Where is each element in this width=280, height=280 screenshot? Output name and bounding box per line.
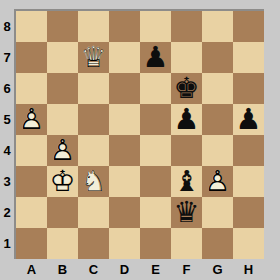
square-d5[interactable]	[109, 104, 140, 135]
square-b5[interactable]	[47, 104, 78, 135]
black-queen[interactable]: ♛	[171, 197, 202, 228]
square-f6[interactable]: ♚	[171, 73, 202, 104]
square-d6[interactable]	[109, 73, 140, 104]
square-g8[interactable]	[202, 11, 233, 42]
square-c8[interactable]	[78, 11, 109, 42]
black-queen-glyph: ♛	[171, 197, 202, 228]
file-labels: ABCDEFGH	[16, 260, 264, 279]
square-b1[interactable]	[47, 228, 78, 259]
black-bishop-glyph: ♝	[171, 166, 202, 197]
white-queen[interactable]: ♛♕	[78, 42, 109, 73]
square-f5[interactable]: ♟	[171, 104, 202, 135]
square-b3[interactable]: ♚♔	[47, 166, 78, 197]
square-a4[interactable]	[16, 135, 47, 166]
white-pawn[interactable]: ♟♙	[16, 104, 47, 135]
black-pawn-glyph: ♟	[140, 42, 171, 73]
rank-label-1: 1	[0, 228, 14, 259]
black-pawn[interactable]: ♟	[140, 42, 171, 73]
square-c3[interactable]: ♞♘	[78, 166, 109, 197]
square-a5[interactable]: ♟♙	[16, 104, 47, 135]
square-h3[interactable]	[233, 166, 264, 197]
rank-label-6: 6	[0, 73, 14, 104]
square-f3[interactable]: ♝	[171, 166, 202, 197]
square-g5[interactable]	[202, 104, 233, 135]
square-b8[interactable]	[47, 11, 78, 42]
rank-label-5: 5	[0, 104, 14, 135]
square-c5[interactable]	[78, 104, 109, 135]
square-a8[interactable]	[16, 11, 47, 42]
square-g1[interactable]	[202, 228, 233, 259]
square-a7[interactable]	[16, 42, 47, 73]
square-e6[interactable]	[140, 73, 171, 104]
rank-label-2: 2	[0, 197, 14, 228]
square-b7[interactable]	[47, 42, 78, 73]
square-a3[interactable]	[16, 166, 47, 197]
file-label-b: B	[47, 260, 78, 279]
square-f7[interactable]	[171, 42, 202, 73]
white-pawn-glyph: ♙	[202, 166, 233, 197]
white-king[interactable]: ♚♔	[47, 166, 78, 197]
black-pawn-glyph: ♟	[233, 104, 264, 135]
file-label-f: F	[171, 260, 202, 279]
square-d7[interactable]	[109, 42, 140, 73]
square-a6[interactable]	[16, 73, 47, 104]
chess-board: ♛♕♟♚♟♙♟♟♟♙♚♔♞♘♝♟♙♛	[16, 11, 264, 259]
square-b2[interactable]	[47, 197, 78, 228]
square-d1[interactable]	[109, 228, 140, 259]
square-c4[interactable]	[78, 135, 109, 166]
white-knight-glyph: ♘	[78, 166, 109, 197]
white-pawn-glyph: ♙	[47, 135, 78, 166]
file-label-h: H	[233, 260, 264, 279]
square-d4[interactable]	[109, 135, 140, 166]
black-pawn[interactable]: ♟	[233, 104, 264, 135]
square-a2[interactable]	[16, 197, 47, 228]
black-king[interactable]: ♚	[171, 73, 202, 104]
rank-label-7: 7	[0, 42, 14, 73]
file-label-c: C	[78, 260, 109, 279]
white-knight[interactable]: ♞♘	[78, 166, 109, 197]
square-f2[interactable]: ♛	[171, 197, 202, 228]
black-pawn[interactable]: ♟	[171, 104, 202, 135]
square-d8[interactable]	[109, 11, 140, 42]
square-d3[interactable]	[109, 166, 140, 197]
rank-label-3: 3	[0, 166, 14, 197]
rank-labels: 87654321	[0, 11, 14, 259]
black-king-glyph: ♚	[171, 73, 202, 104]
rank-label-8: 8	[0, 11, 14, 42]
square-g4[interactable]	[202, 135, 233, 166]
white-pawn[interactable]: ♟♙	[47, 135, 78, 166]
square-g3[interactable]: ♟♙	[202, 166, 233, 197]
square-c7[interactable]: ♛♕	[78, 42, 109, 73]
square-h7[interactable]	[233, 42, 264, 73]
square-h2[interactable]	[233, 197, 264, 228]
square-e8[interactable]	[140, 11, 171, 42]
file-label-a: A	[16, 260, 47, 279]
square-g2[interactable]	[202, 197, 233, 228]
file-label-g: G	[202, 260, 233, 279]
square-f8[interactable]	[171, 11, 202, 42]
square-e4[interactable]	[140, 135, 171, 166]
square-f1[interactable]	[171, 228, 202, 259]
square-a1[interactable]	[16, 228, 47, 259]
square-h4[interactable]	[233, 135, 264, 166]
file-label-e: E	[140, 260, 171, 279]
square-e5[interactable]	[140, 104, 171, 135]
square-c6[interactable]	[78, 73, 109, 104]
white-king-glyph: ♔	[47, 166, 78, 197]
file-label-d: D	[109, 260, 140, 279]
white-pawn[interactable]: ♟♙	[202, 166, 233, 197]
board-frame: ♛♕♟♚♟♙♟♟♟♙♚♔♞♘♝♟♙♛	[14, 9, 264, 259]
square-e3[interactable]	[140, 166, 171, 197]
white-queen-glyph: ♕	[78, 42, 109, 73]
square-h1[interactable]	[233, 228, 264, 259]
black-bishop[interactable]: ♝	[171, 166, 202, 197]
square-g6[interactable]	[202, 73, 233, 104]
square-e1[interactable]	[140, 228, 171, 259]
square-c1[interactable]	[78, 228, 109, 259]
square-h5[interactable]: ♟	[233, 104, 264, 135]
white-pawn-glyph: ♙	[16, 104, 47, 135]
square-d2[interactable]	[109, 197, 140, 228]
square-h6[interactable]	[233, 73, 264, 104]
rank-label-4: 4	[0, 135, 14, 166]
square-g7[interactable]	[202, 42, 233, 73]
square-e2[interactable]	[140, 197, 171, 228]
square-b4[interactable]: ♟♙	[47, 135, 78, 166]
black-pawn-glyph: ♟	[171, 104, 202, 135]
square-f4[interactable]	[171, 135, 202, 166]
square-e7[interactable]: ♟	[140, 42, 171, 73]
square-b6[interactable]	[47, 73, 78, 104]
square-c2[interactable]	[78, 197, 109, 228]
square-h8[interactable]	[233, 11, 264, 42]
chess-diagram: ♛♕♟♚♟♙♟♟♟♙♚♔♞♘♝♟♙♛ 87654321 ABCDEFGH	[0, 0, 280, 280]
